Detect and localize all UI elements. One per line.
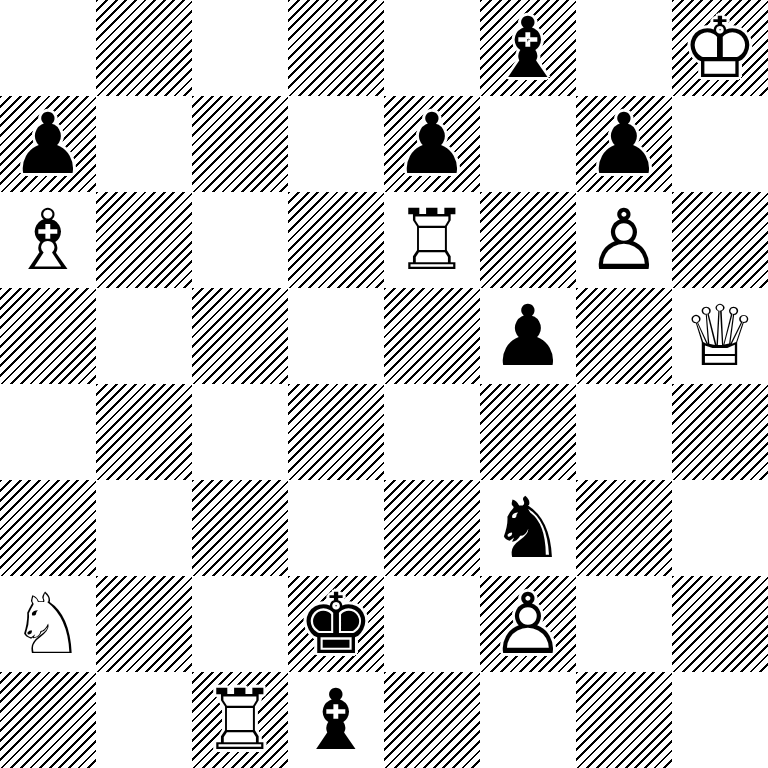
piece-glyph: ♟ — [576, 96, 672, 192]
square-c5[interactable] — [192, 288, 288, 384]
square-b5[interactable] — [96, 288, 192, 384]
square-c2[interactable] — [192, 576, 288, 672]
square-g4[interactable] — [576, 384, 672, 480]
square-h7[interactable] — [672, 96, 768, 192]
square-e1[interactable] — [384, 672, 480, 768]
square-b6[interactable] — [96, 192, 192, 288]
black-knight[interactable]: ♞♞ — [480, 480, 576, 576]
square-d7[interactable] — [288, 96, 384, 192]
square-e4[interactable] — [384, 384, 480, 480]
black-bishop[interactable]: ♝♝ — [480, 0, 576, 96]
black-pawn[interactable]: ♟♟ — [384, 96, 480, 192]
square-b8[interactable] — [96, 0, 192, 96]
piece-glyph: ♟ — [480, 288, 576, 384]
square-a1[interactable] — [0, 672, 96, 768]
piece-glyph: ♚ — [288, 576, 384, 672]
square-f3[interactable]: ♞♞ — [480, 480, 576, 576]
square-a5[interactable] — [0, 288, 96, 384]
white-bishop[interactable]: ♝♗ — [0, 192, 96, 288]
square-f6[interactable] — [480, 192, 576, 288]
white-king[interactable]: ♚♔ — [672, 0, 768, 96]
square-e6[interactable]: ♜♖ — [384, 192, 480, 288]
white-knight[interactable]: ♞♘ — [0, 576, 96, 672]
piece-glyph: ♔ — [672, 0, 768, 96]
square-e8[interactable] — [384, 0, 480, 96]
square-c1[interactable]: ♜♖ — [192, 672, 288, 768]
piece-glyph: ♖ — [192, 672, 288, 768]
square-g1[interactable] — [576, 672, 672, 768]
square-g2[interactable] — [576, 576, 672, 672]
black-king[interactable]: ♚♚ — [288, 576, 384, 672]
square-e2[interactable] — [384, 576, 480, 672]
chess-diagram: ♝♝♚♔♟♟♟♟♟♟♝♗♜♖♟♙♟♟♛♕♞♞♞♘♚♚♟♙♜♖♝♝ — [0, 0, 768, 768]
square-f2[interactable]: ♟♙ — [480, 576, 576, 672]
square-e7[interactable]: ♟♟ — [384, 96, 480, 192]
square-e5[interactable] — [384, 288, 480, 384]
square-d8[interactable] — [288, 0, 384, 96]
square-b2[interactable] — [96, 576, 192, 672]
piece-glyph: ♕ — [672, 288, 768, 384]
chess-board: ♝♝♚♔♟♟♟♟♟♟♝♗♜♖♟♙♟♟♛♕♞♞♞♘♚♚♟♙♜♖♝♝ — [0, 0, 768, 768]
square-a8[interactable] — [0, 0, 96, 96]
square-b7[interactable] — [96, 96, 192, 192]
square-c3[interactable] — [192, 480, 288, 576]
square-d5[interactable] — [288, 288, 384, 384]
square-b3[interactable] — [96, 480, 192, 576]
piece-glyph: ♖ — [384, 192, 480, 288]
square-a6[interactable]: ♝♗ — [0, 192, 96, 288]
black-bishop[interactable]: ♝♝ — [288, 672, 384, 768]
square-d4[interactable] — [288, 384, 384, 480]
black-pawn[interactable]: ♟♟ — [576, 96, 672, 192]
white-pawn[interactable]: ♟♙ — [576, 192, 672, 288]
square-a4[interactable] — [0, 384, 96, 480]
square-h5[interactable]: ♛♕ — [672, 288, 768, 384]
square-c6[interactable] — [192, 192, 288, 288]
black-pawn[interactable]: ♟♟ — [480, 288, 576, 384]
white-queen[interactable]: ♛♕ — [672, 288, 768, 384]
piece-glyph: ♙ — [480, 576, 576, 672]
square-b4[interactable] — [96, 384, 192, 480]
square-f1[interactable] — [480, 672, 576, 768]
square-h3[interactable] — [672, 480, 768, 576]
piece-glyph: ♗ — [0, 192, 96, 288]
piece-glyph: ♝ — [288, 672, 384, 768]
square-d6[interactable] — [288, 192, 384, 288]
square-g6[interactable]: ♟♙ — [576, 192, 672, 288]
square-f5[interactable]: ♟♟ — [480, 288, 576, 384]
square-h1[interactable] — [672, 672, 768, 768]
square-b1[interactable] — [96, 672, 192, 768]
square-h4[interactable] — [672, 384, 768, 480]
square-h6[interactable] — [672, 192, 768, 288]
black-pawn[interactable]: ♟♟ — [0, 96, 96, 192]
square-d1[interactable]: ♝♝ — [288, 672, 384, 768]
square-f8[interactable]: ♝♝ — [480, 0, 576, 96]
square-g5[interactable] — [576, 288, 672, 384]
square-f7[interactable] — [480, 96, 576, 192]
piece-glyph: ♝ — [480, 0, 576, 96]
white-rook[interactable]: ♜♖ — [384, 192, 480, 288]
piece-glyph: ♟ — [384, 96, 480, 192]
square-f4[interactable] — [480, 384, 576, 480]
piece-glyph: ♙ — [576, 192, 672, 288]
square-d2[interactable]: ♚♚ — [288, 576, 384, 672]
piece-glyph: ♟ — [0, 96, 96, 192]
square-g8[interactable] — [576, 0, 672, 96]
square-h2[interactable] — [672, 576, 768, 672]
square-e3[interactable] — [384, 480, 480, 576]
square-c7[interactable] — [192, 96, 288, 192]
square-c4[interactable] — [192, 384, 288, 480]
square-a3[interactable] — [0, 480, 96, 576]
square-h8[interactable]: ♚♔ — [672, 0, 768, 96]
square-g7[interactable]: ♟♟ — [576, 96, 672, 192]
white-pawn[interactable]: ♟♙ — [480, 576, 576, 672]
piece-glyph: ♘ — [0, 576, 96, 672]
square-c8[interactable] — [192, 0, 288, 96]
square-a2[interactable]: ♞♘ — [0, 576, 96, 672]
white-rook[interactable]: ♜♖ — [192, 672, 288, 768]
square-d3[interactable] — [288, 480, 384, 576]
piece-glyph: ♞ — [480, 480, 576, 576]
square-a7[interactable]: ♟♟ — [0, 96, 96, 192]
square-g3[interactable] — [576, 480, 672, 576]
